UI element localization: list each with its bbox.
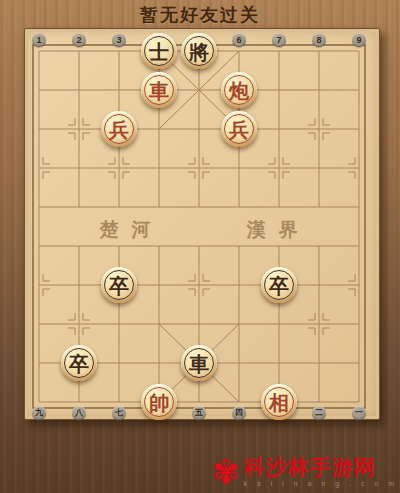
top-coordinate-label-8: 8 (312, 33, 326, 47)
piece-glyph: 將 (181, 33, 217, 69)
page-title: 暂无好友过关 (0, 3, 400, 27)
piece-red-general[interactable]: 帥 (141, 384, 177, 420)
watermark-site-url: k s l i n a n g . c o m (244, 479, 398, 488)
piece-red-soldier[interactable]: 兵 (221, 111, 257, 147)
piece-red-chariot[interactable]: 車 (141, 72, 177, 108)
top-coordinate-label-6: 6 (232, 33, 246, 47)
top-coordinate-label-3: 3 (112, 33, 126, 47)
watermark-site-name: 科沙林手游网 (244, 456, 398, 478)
piece-black-soldier[interactable]: 卒 (61, 345, 97, 381)
top-coordinate-label-9: 9 (352, 33, 366, 47)
piece-glyph: 卒 (61, 345, 97, 381)
piece-glyph: 卒 (101, 267, 137, 303)
piece-glyph: 兵 (221, 111, 257, 147)
top-coordinate-label-7: 7 (272, 33, 286, 47)
bottom-coordinate-label-8: 二 (312, 406, 326, 420)
piece-glyph: 車 (181, 345, 217, 381)
piece-glyph: 車 (141, 72, 177, 108)
bottom-coordinate-label-2: 八 (72, 406, 86, 420)
bottom-coordinate-label-1: 九 (32, 406, 46, 420)
piece-black-general[interactable]: 將 (181, 33, 217, 69)
piece-black-advisor[interactable]: 士 (141, 33, 177, 69)
river-label-han: 漢界 (234, 217, 311, 243)
piece-glyph: 士 (141, 33, 177, 69)
piece-glyph: 相 (261, 384, 297, 420)
piece-red-soldier[interactable]: 兵 (101, 111, 137, 147)
piece-glyph: 兵 (101, 111, 137, 147)
top-coordinate-label-2: 2 (72, 33, 86, 47)
bottom-coordinate-label-6: 四 (232, 406, 246, 420)
piece-black-soldier[interactable]: 卒 (101, 267, 137, 303)
top-coordinate-label-1: 1 (32, 33, 46, 47)
piece-red-cannon[interactable]: 炮 (221, 72, 257, 108)
piece-red-elephant[interactable]: 相 (261, 384, 297, 420)
river-label-chu: 楚河 (87, 217, 164, 243)
piece-glyph: 帥 (141, 384, 177, 420)
piece-glyph: 炮 (221, 72, 257, 108)
flower-logo-icon: ✾ (212, 455, 240, 488)
xiangqi-app-screen: 暂无好友过关 楚河 漢界 123456789九八七六五四三二一士將車炮兵兵卒卒卒… (0, 0, 400, 493)
bottom-coordinate-label-3: 七 (112, 406, 126, 420)
watermark: ✾ 科沙林手游网 k s l i n a n g . c o m (212, 455, 398, 488)
xiangqi-board[interactable]: 楚河 漢界 123456789九八七六五四三二一士將車炮兵兵卒卒卒車帥相 (24, 28, 380, 420)
piece-black-soldier[interactable]: 卒 (261, 267, 297, 303)
piece-glyph: 卒 (261, 267, 297, 303)
bottom-coordinate-label-5: 五 (192, 406, 206, 420)
bottom-coordinate-label-9: 一 (352, 406, 366, 420)
piece-black-chariot[interactable]: 車 (181, 345, 217, 381)
